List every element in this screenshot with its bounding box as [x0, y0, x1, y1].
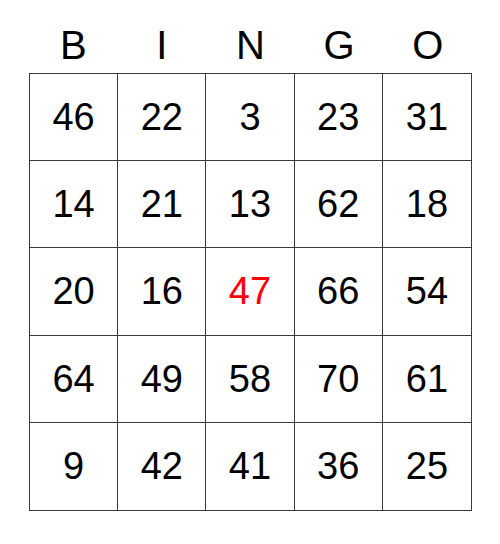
bingo-cell[interactable]: 21	[118, 161, 206, 248]
bingo-cell[interactable]: 66	[295, 248, 383, 335]
bingo-cell[interactable]: 62	[295, 161, 383, 248]
bingo-cell[interactable]: 20	[30, 248, 118, 335]
bingo-cell[interactable]: 61	[383, 336, 471, 423]
bingo-cell[interactable]: 64	[30, 336, 118, 423]
header-letter-i: I	[118, 0, 207, 73]
bingo-card: B I N G O 46 22 3 23 31 14 21 13 62 18 2…	[0, 0, 500, 544]
bingo-cell[interactable]: 3	[206, 74, 294, 161]
bingo-cell[interactable]: 42	[118, 423, 206, 510]
bingo-cell[interactable]: 9	[30, 423, 118, 510]
bingo-cell[interactable]: 13	[206, 161, 294, 248]
bingo-cell[interactable]: 58	[206, 336, 294, 423]
bingo-cell[interactable]: 23	[295, 74, 383, 161]
bingo-cell[interactable]: 18	[383, 161, 471, 248]
bingo-header: B I N G O	[29, 0, 472, 73]
bingo-cell-marked[interactable]: 47	[206, 248, 294, 335]
bingo-cell[interactable]: 25	[383, 423, 471, 510]
bingo-cell[interactable]: 41	[206, 423, 294, 510]
bingo-cell[interactable]: 22	[118, 74, 206, 161]
header-letter-n: N	[206, 0, 295, 73]
header-letter-g: G	[295, 0, 384, 73]
bingo-cell[interactable]: 16	[118, 248, 206, 335]
header-letter-o: O	[383, 0, 472, 73]
bingo-cell[interactable]: 46	[30, 74, 118, 161]
bingo-cell[interactable]: 49	[118, 336, 206, 423]
bingo-cell[interactable]: 36	[295, 423, 383, 510]
bingo-cell[interactable]: 70	[295, 336, 383, 423]
header-letter-b: B	[29, 0, 118, 73]
bingo-cell[interactable]: 31	[383, 74, 471, 161]
bingo-cell[interactable]: 54	[383, 248, 471, 335]
bingo-cell[interactable]: 14	[30, 161, 118, 248]
bingo-board: 46 22 3 23 31 14 21 13 62 18 20 16 47 66…	[29, 73, 472, 511]
